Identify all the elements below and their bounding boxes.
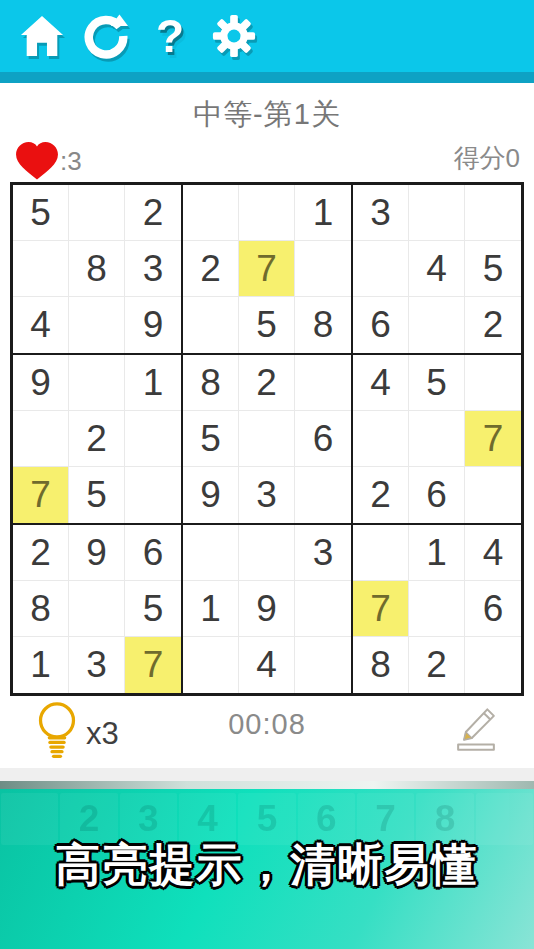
sudoku-box: 45726 — [352, 354, 522, 524]
sudoku-cell-r9c3[interactable]: 7 — [125, 637, 181, 693]
sudoku-cell-r7c5[interactable] — [239, 525, 295, 581]
sudoku-board: 5283491275834562912758256934572629685137… — [10, 182, 524, 696]
sudoku-cell-r1c2[interactable] — [69, 185, 125, 241]
sudoku-cell-r1c7[interactable]: 3 — [353, 185, 409, 241]
toolbar-shadow-strip — [0, 72, 534, 83]
sudoku-cell-r8c1[interactable]: 8 — [13, 581, 69, 637]
sudoku-cell-r9c9[interactable] — [465, 637, 521, 693]
sudoku-cell-r9c7[interactable]: 8 — [353, 637, 409, 693]
sudoku-cell-r4c5[interactable]: 2 — [239, 355, 295, 411]
sudoku-cell-r7c6[interactable]: 3 — [295, 525, 351, 581]
sudoku-cell-r1c5[interactable] — [239, 185, 295, 241]
sudoku-box: 147682 — [352, 524, 522, 694]
pencil-button[interactable] — [452, 704, 500, 758]
sudoku-cell-r6c7[interactable]: 2 — [353, 467, 409, 523]
sudoku-cell-r2c2[interactable]: 8 — [69, 241, 125, 297]
sudoku-cell-r8c2[interactable] — [69, 581, 125, 637]
bottom-toolbar: x3 00:08 — [0, 696, 534, 768]
sudoku-cell-r4c7[interactable]: 4 — [353, 355, 409, 411]
sudoku-box: 825693 — [182, 354, 352, 524]
top-toolbar: ? — [0, 0, 534, 72]
sudoku-cell-r4c9[interactable] — [465, 355, 521, 411]
sudoku-cell-r9c1[interactable]: 1 — [13, 637, 69, 693]
sudoku-cell-r4c6[interactable] — [295, 355, 351, 411]
sudoku-cell-r5c4[interactable]: 5 — [183, 411, 239, 467]
sudoku-cell-r7c2[interactable]: 9 — [69, 525, 125, 581]
lives-indicator: :3 — [16, 142, 82, 180]
sudoku-cell-r1c4[interactable] — [183, 185, 239, 241]
sudoku-cell-r7c4[interactable] — [183, 525, 239, 581]
sudoku-cell-r7c1[interactable]: 2 — [13, 525, 69, 581]
sudoku-cell-r2c8[interactable]: 4 — [409, 241, 465, 297]
level-title: 中等-第1关 — [0, 95, 534, 135]
sudoku-cell-r4c3[interactable]: 1 — [125, 355, 181, 411]
sudoku-cell-r3c3[interactable]: 9 — [125, 297, 181, 353]
sudoku-cell-r2c1[interactable] — [13, 241, 69, 297]
sudoku-cell-r5c5[interactable] — [239, 411, 295, 467]
sudoku-cell-r5c2[interactable]: 2 — [69, 411, 125, 467]
sudoku-cell-r1c9[interactable] — [465, 185, 521, 241]
sudoku-cell-r1c6[interactable]: 1 — [295, 185, 351, 241]
home-icon[interactable] — [16, 10, 68, 62]
restart-icon[interactable] — [80, 10, 132, 62]
sudoku-cell-r5c8[interactable] — [409, 411, 465, 467]
sudoku-cell-r2c7[interactable] — [353, 241, 409, 297]
sudoku-cell-r6c1[interactable]: 7 — [13, 467, 69, 523]
sudoku-cell-r3c4[interactable] — [183, 297, 239, 353]
sudoku-cell-r5c1[interactable] — [13, 411, 69, 467]
sudoku-cell-r3c2[interactable] — [69, 297, 125, 353]
sudoku-cell-r5c7[interactable] — [353, 411, 409, 467]
sudoku-cell-r6c8[interactable]: 6 — [409, 467, 465, 523]
sudoku-box: 12758 — [182, 184, 352, 354]
sudoku-cell-r1c1[interactable]: 5 — [13, 185, 69, 241]
help-icon[interactable]: ? — [144, 10, 196, 62]
sudoku-cell-r9c5[interactable]: 4 — [239, 637, 295, 693]
sudoku-box: 3194 — [182, 524, 352, 694]
sudoku-cell-r2c3[interactable]: 3 — [125, 241, 181, 297]
sudoku-cell-r6c5[interactable]: 3 — [239, 467, 295, 523]
sudoku-cell-r9c2[interactable]: 3 — [69, 637, 125, 693]
sudoku-cell-r8c8[interactable] — [409, 581, 465, 637]
sudoku-cell-r3c1[interactable]: 4 — [13, 297, 69, 353]
sudoku-cell-r7c3[interactable]: 6 — [125, 525, 181, 581]
sudoku-cell-r2c4[interactable]: 2 — [183, 241, 239, 297]
sudoku-cell-r3c5[interactable]: 5 — [239, 297, 295, 353]
sudoku-cell-r4c4[interactable]: 8 — [183, 355, 239, 411]
banner-caption: 高亮提示，清晰易懂 — [0, 835, 534, 895]
lives-count: :3 — [60, 146, 82, 177]
sudoku-cell-r4c1[interactable]: 9 — [13, 355, 69, 411]
sudoku-cell-r6c6[interactable] — [295, 467, 351, 523]
sudoku-box: 34562 — [352, 184, 522, 354]
sudoku-cell-r6c3[interactable] — [125, 467, 181, 523]
sudoku-cell-r3c8[interactable] — [409, 297, 465, 353]
sudoku-cell-r5c6[interactable]: 6 — [295, 411, 351, 467]
sudoku-cell-r2c5[interactable]: 7 — [239, 241, 295, 297]
sudoku-cell-r3c7[interactable]: 6 — [353, 297, 409, 353]
sudoku-cell-r3c9[interactable]: 2 — [465, 297, 521, 353]
sudoku-cell-r1c3[interactable]: 2 — [125, 185, 181, 241]
promo-banner: 2345678 高亮提示，清晰易懂 — [0, 781, 534, 949]
sudoku-cell-r4c8[interactable]: 5 — [409, 355, 465, 411]
sudoku-cell-r5c3[interactable] — [125, 411, 181, 467]
sudoku-cell-r8c5[interactable]: 9 — [239, 581, 295, 637]
sudoku-cell-r6c9[interactable] — [465, 467, 521, 523]
sudoku-cell-r8c9[interactable]: 6 — [465, 581, 521, 637]
level-header: 中等-第1关 :3 得分0 — [0, 83, 534, 182]
sudoku-cell-r8c3[interactable]: 5 — [125, 581, 181, 637]
sudoku-cell-r9c6[interactable] — [295, 637, 351, 693]
score-label: 得分0 — [454, 141, 520, 176]
sudoku-cell-r5c9[interactable]: 7 — [465, 411, 521, 467]
settings-icon[interactable] — [208, 10, 260, 62]
sudoku-cell-r6c2[interactable]: 5 — [69, 467, 125, 523]
pencil-icon — [452, 704, 500, 754]
sudoku-cell-r6c4[interactable]: 9 — [183, 467, 239, 523]
sudoku-cell-r3c6[interactable]: 8 — [295, 297, 351, 353]
sudoku-cell-r2c6[interactable] — [295, 241, 351, 297]
banner-bevel — [0, 781, 534, 789]
heart-icon — [16, 142, 58, 180]
sudoku-cell-r2c9[interactable]: 5 — [465, 241, 521, 297]
sudoku-cell-r7c8[interactable]: 1 — [409, 525, 465, 581]
sudoku-box: 91275 — [12, 354, 182, 524]
sudoku-cell-r8c4[interactable]: 1 — [183, 581, 239, 637]
sudoku-cell-r9c8[interactable]: 2 — [409, 637, 465, 693]
sudoku-cell-r7c9[interactable]: 4 — [465, 525, 521, 581]
sudoku-cell-r4c2[interactable] — [69, 355, 125, 411]
divider-strip — [0, 768, 534, 781]
sudoku-cell-r8c6[interactable] — [295, 581, 351, 637]
sudoku-box: 29685137 — [12, 524, 182, 694]
sudoku-cell-r1c8[interactable] — [409, 185, 465, 241]
sudoku-cell-r8c7[interactable]: 7 — [353, 581, 409, 637]
sudoku-box: 528349 — [12, 184, 182, 354]
sudoku-cell-r9c4[interactable] — [183, 637, 239, 693]
sudoku-cell-r7c7[interactable] — [353, 525, 409, 581]
